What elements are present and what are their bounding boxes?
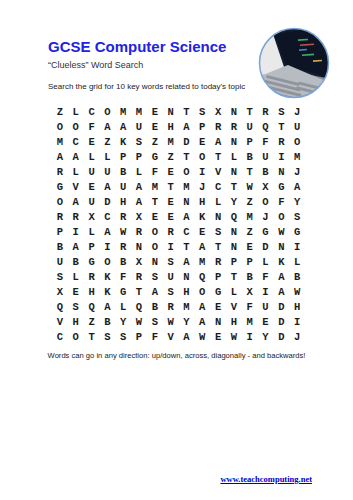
grid-cell: R	[226, 119, 242, 134]
grid-cell: C	[84, 104, 100, 119]
grid-cell: P	[242, 254, 258, 269]
grid-cell: A	[147, 285, 163, 300]
grid-cell: S	[99, 330, 115, 345]
grid-cell: S	[115, 330, 131, 345]
grid-cell: S	[147, 270, 163, 285]
grid-cell: W	[194, 330, 210, 345]
grid-cell: Z	[242, 224, 258, 239]
grid-cell: X	[210, 104, 226, 119]
grid-cell: P	[131, 330, 147, 345]
grid-cell: E	[194, 224, 210, 239]
grid-cell: E	[84, 179, 100, 194]
worksheet-subtitle: “Clueless” Word Search	[48, 60, 143, 70]
grid-cell: N	[131, 239, 147, 254]
grid-cell: O	[147, 239, 163, 254]
grid-cell: G	[258, 224, 274, 239]
grid-cell: L	[258, 254, 274, 269]
grid-cell: C	[210, 179, 226, 194]
grid-cell: N	[226, 224, 242, 239]
grid-cell: G	[273, 179, 289, 194]
grid-cell: M	[163, 134, 179, 149]
grid-cell: T	[210, 239, 226, 254]
grid-cell: O	[273, 209, 289, 224]
grid-cell: L	[289, 254, 305, 269]
grid-cell: M	[131, 104, 147, 119]
grid-cell: E	[258, 315, 274, 330]
grid-cell: T	[226, 270, 242, 285]
grid-cell: I	[68, 224, 84, 239]
grid-cell: A	[99, 300, 115, 315]
grid-cell: B	[289, 270, 305, 285]
grid-cell: T	[179, 239, 195, 254]
grid-cell: H	[226, 315, 242, 330]
grid-cell: W	[289, 285, 305, 300]
grid-cell: T	[273, 119, 289, 134]
grid-cell: F	[258, 270, 274, 285]
grid-cell: V	[210, 164, 226, 179]
grid-cell: S	[147, 315, 163, 330]
grid-cell: M	[289, 149, 305, 164]
grid-cell: L	[226, 285, 242, 300]
grid-cell: R	[131, 270, 147, 285]
grid-cell: H	[68, 315, 84, 330]
grid-cell: I	[258, 285, 274, 300]
grid-cell: T	[84, 330, 100, 345]
grid-cell: G	[147, 149, 163, 164]
grid-cell: A	[289, 179, 305, 194]
grid-cell: J	[289, 164, 305, 179]
grid-cell: A	[131, 194, 147, 209]
grid-cell: U	[115, 179, 131, 194]
grid-cell: D	[273, 315, 289, 330]
grid-cell: A	[273, 270, 289, 285]
grid-cell: V	[52, 315, 68, 330]
grid-cell: W	[226, 330, 242, 345]
grid-cell: E	[163, 209, 179, 224]
grid-cell: O	[194, 285, 210, 300]
grid-cell: H	[179, 285, 195, 300]
grid-cell: B	[68, 254, 84, 269]
grid-cell: D	[273, 330, 289, 345]
grid-cell: L	[84, 224, 100, 239]
grid-cell: W	[163, 315, 179, 330]
grid-cell: A	[115, 119, 131, 134]
grid-cell: A	[194, 239, 210, 254]
grid-cell: D	[273, 300, 289, 315]
grid-cell: G	[52, 179, 68, 194]
grid-cell: Z	[52, 104, 68, 119]
grid-cell: M	[147, 179, 163, 194]
grid-cell: Q	[194, 270, 210, 285]
grid-cell: A	[52, 149, 68, 164]
grid-cell: A	[179, 119, 195, 134]
grid-cell: S	[289, 209, 305, 224]
grid-cell: A	[68, 149, 84, 164]
grid-cell: C	[68, 134, 84, 149]
grid-cell: F	[147, 164, 163, 179]
grid-cell: I	[289, 239, 305, 254]
grid-cell: G	[289, 224, 305, 239]
grid-cell: L	[210, 194, 226, 209]
grid-cell: O	[52, 194, 68, 209]
grid-cell: K	[99, 285, 115, 300]
grid-cell: N	[163, 104, 179, 119]
grid-cell: T	[242, 164, 258, 179]
grid-cell: Z	[84, 315, 100, 330]
grid-cell: N	[226, 134, 242, 149]
grid-cell: J	[289, 104, 305, 119]
grid-cell: R	[163, 300, 179, 315]
grid-cell: J	[258, 209, 274, 224]
grid-cell: L	[68, 104, 84, 119]
grid-cell: N	[273, 164, 289, 179]
grid-cell: R	[273, 134, 289, 149]
grid-cell: U	[242, 119, 258, 134]
grid-cell: D	[258, 239, 274, 254]
grid-cell: A	[210, 134, 226, 149]
grid-cell: E	[84, 134, 100, 149]
grid-cell: F	[258, 134, 274, 149]
grid-cell: W	[131, 315, 147, 330]
grid-cell: P	[131, 149, 147, 164]
grid-cell: P	[84, 239, 100, 254]
grid-cell: I	[242, 330, 258, 345]
grid-cell: Y	[115, 315, 131, 330]
grid-cell: P	[52, 224, 68, 239]
grid-cell: O	[147, 224, 163, 239]
grid-cell: M	[242, 315, 258, 330]
grid-cell: R	[84, 270, 100, 285]
grid-cell: K	[273, 254, 289, 269]
word-search-grid: ZLCOMMENTSXNTRSJOOFAAUEHAPRRUQTUMCEZKSZM…	[52, 104, 305, 345]
grid-cell: O	[68, 119, 84, 134]
grid-cell: B	[115, 164, 131, 179]
grid-cell: P	[226, 254, 242, 269]
grid-cell: M	[52, 134, 68, 149]
grid-cell: P	[210, 270, 226, 285]
grid-cell: T	[226, 179, 242, 194]
laptop-photo	[258, 27, 330, 99]
grid-cell: F	[84, 119, 100, 134]
grid-cell: L	[68, 164, 84, 179]
grid-cell: O	[258, 194, 274, 209]
grid-cell: V	[226, 300, 242, 315]
grid-cell: E	[147, 119, 163, 134]
grid-cell: P	[194, 119, 210, 134]
grid-cell: E	[210, 300, 226, 315]
grid-cell: S	[163, 285, 179, 300]
grid-cell: T	[210, 149, 226, 164]
grid-cell: C	[99, 209, 115, 224]
grid-cell: O	[99, 104, 115, 119]
grid-cell: X	[242, 285, 258, 300]
grid-cell: Y	[179, 315, 195, 330]
grid-cell: F	[242, 300, 258, 315]
grid-cell: S	[52, 270, 68, 285]
grid-cell: R	[210, 254, 226, 269]
page-title: GCSE Computer Science	[48, 38, 226, 55]
grid-cell: L	[131, 164, 147, 179]
grid-cell: U	[163, 270, 179, 285]
grid-cell: H	[289, 300, 305, 315]
grid-cell: H	[163, 119, 179, 134]
grid-cell: P	[115, 149, 131, 164]
worksheet-page: GCSE Computer Science “Clueless” Word Se…	[0, 0, 353, 500]
grid-cell: W	[273, 224, 289, 239]
grid-cell: S	[273, 104, 289, 119]
grid-cell: O	[194, 149, 210, 164]
grid-cell: A	[179, 330, 195, 345]
grid-cell: B	[242, 149, 258, 164]
grid-cell: R	[115, 239, 131, 254]
grid-cell: X	[258, 179, 274, 194]
grid-cell: R	[115, 209, 131, 224]
grid-cell: I	[163, 239, 179, 254]
grid-cell: M	[179, 179, 195, 194]
grid-cell: Z	[147, 134, 163, 149]
grid-cell: N	[273, 239, 289, 254]
grid-cell: W	[115, 224, 131, 239]
grid-cell: Y	[258, 330, 274, 345]
grid-cell: I	[273, 149, 289, 164]
grid-cell: Z	[242, 194, 258, 209]
grid-cell: R	[52, 209, 68, 224]
grid-cell: X	[131, 254, 147, 269]
grid-cell: A	[99, 179, 115, 194]
grid-cell: B	[147, 300, 163, 315]
grid-cell: U	[289, 119, 305, 134]
grid-cell: Q	[52, 300, 68, 315]
grid-cell: A	[194, 315, 210, 330]
grid-cell: R	[258, 104, 274, 119]
grid-cell: T	[163, 179, 179, 194]
grid-cell: A	[179, 209, 195, 224]
grid-cell: Y	[226, 194, 242, 209]
grid-cell: F	[147, 330, 163, 345]
grid-cell: B	[242, 270, 258, 285]
grid-cell: G	[84, 254, 100, 269]
grid-cell: R	[68, 209, 84, 224]
grid-cell: A	[179, 254, 195, 269]
grid-cell: E	[210, 330, 226, 345]
grid-cell: B	[52, 239, 68, 254]
grid-cell: A	[99, 224, 115, 239]
grid-cell: X	[52, 285, 68, 300]
grid-cell: N	[179, 194, 195, 209]
grid-cell: A	[273, 285, 289, 300]
grid-cell: N	[210, 209, 226, 224]
grid-cell: R	[52, 164, 68, 179]
grid-cell: D	[99, 194, 115, 209]
grid-cell: E	[68, 285, 84, 300]
grid-cell: U	[99, 164, 115, 179]
grid-cell: A	[131, 179, 147, 194]
grid-cell: H	[84, 285, 100, 300]
grid-cell: J	[289, 330, 305, 345]
grid-cell: Q	[258, 119, 274, 134]
website-link[interactable]: www.teachcomputing.net	[220, 474, 312, 484]
grid-cell: F	[115, 270, 131, 285]
grid-cell: N	[210, 315, 226, 330]
grid-cell: E	[147, 104, 163, 119]
grid-cell: U	[52, 254, 68, 269]
grid-cell: F	[273, 194, 289, 209]
grid-cell: X	[84, 209, 100, 224]
direction-note: Words can go in any direction: up/down, …	[0, 351, 353, 360]
grid-cell: N	[226, 164, 242, 179]
grid-cell: O	[289, 134, 305, 149]
grid-cell: U	[131, 119, 147, 134]
grid-cell: Q	[131, 300, 147, 315]
grid-cell: S	[68, 300, 84, 315]
grid-cell: Y	[289, 194, 305, 209]
grid-cell: C	[179, 224, 195, 239]
grid-cell: J	[194, 179, 210, 194]
grid-cell: V	[68, 179, 84, 194]
grid-cell: T	[242, 104, 258, 119]
grid-cell: P	[242, 134, 258, 149]
grid-cell: K	[194, 209, 210, 224]
grid-cell: M	[179, 300, 195, 315]
grid-cell: O	[99, 254, 115, 269]
grid-cell: S	[163, 254, 179, 269]
laptop-photo-svg	[258, 27, 330, 99]
grid-cell: N	[226, 104, 242, 119]
grid-cell: Z	[99, 134, 115, 149]
grid-cell: I	[194, 164, 210, 179]
grid-cell: Q	[84, 300, 100, 315]
grid-cell: G	[115, 285, 131, 300]
grid-cell: O	[179, 164, 195, 179]
grid-cell: Q	[226, 209, 242, 224]
grid-cell: L	[84, 149, 100, 164]
grid-cell: H	[115, 194, 131, 209]
grid-cell: O	[68, 330, 84, 345]
grid-cell: S	[194, 104, 210, 119]
grid-cell: E	[194, 134, 210, 149]
grid-cell: M	[194, 254, 210, 269]
grid-cell: L	[68, 270, 84, 285]
grid-cell: U	[84, 194, 100, 209]
grid-cell: L	[226, 149, 242, 164]
grid-cell: A	[194, 300, 210, 315]
grid-cell: N	[147, 254, 163, 269]
grid-cell: T	[179, 149, 195, 164]
grid-cell: T	[179, 104, 195, 119]
grid-cell: O	[52, 119, 68, 134]
grid-cell: U	[84, 164, 100, 179]
grid-cell: R	[163, 224, 179, 239]
grid-cell: U	[258, 300, 274, 315]
grid-cell: S	[210, 224, 226, 239]
grid-cell: X	[131, 209, 147, 224]
grid-cell: G	[210, 285, 226, 300]
grid-cell: R	[210, 119, 226, 134]
grid-cell: S	[131, 134, 147, 149]
puzzle-instruction: Search the grid for 10 key words related…	[48, 82, 245, 91]
grid-cell: V	[163, 330, 179, 345]
grid-cell: D	[179, 134, 195, 149]
grid-cell: T	[147, 194, 163, 209]
grid-cell: E	[147, 209, 163, 224]
grid-cell: T	[131, 285, 147, 300]
grid-cell: B	[99, 315, 115, 330]
grid-cell: A	[68, 239, 84, 254]
grid-cell: B	[258, 164, 274, 179]
grid-cell: L	[115, 300, 131, 315]
grid-cell: M	[242, 209, 258, 224]
grid-cell: I	[289, 315, 305, 330]
grid-cell: M	[115, 104, 131, 119]
grid-cell: W	[242, 179, 258, 194]
grid-cell: L	[99, 149, 115, 164]
grid-cell: E	[163, 194, 179, 209]
grid-cell: E	[163, 164, 179, 179]
grid-cell: I	[99, 239, 115, 254]
grid-cell: A	[99, 119, 115, 134]
grid-cell: N	[179, 270, 195, 285]
grid-cell: E	[242, 239, 258, 254]
grid-cell: U	[258, 149, 274, 164]
grid-cell: A	[68, 194, 84, 209]
grid-cell: B	[115, 254, 131, 269]
grid-cell: N	[226, 239, 242, 254]
grid-cell: K	[99, 270, 115, 285]
grid-cell: K	[115, 134, 131, 149]
grid-cell: C	[52, 330, 68, 345]
grid-cell: R	[131, 224, 147, 239]
grid-cell: Z	[163, 149, 179, 164]
grid-cell: H	[194, 194, 210, 209]
